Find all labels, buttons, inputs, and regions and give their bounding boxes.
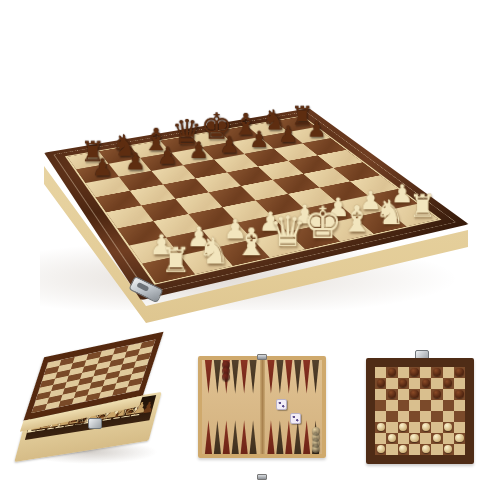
chess-piece-brown-p: ♟ bbox=[157, 144, 178, 167]
checkers-square bbox=[386, 400, 397, 411]
chess-piece-white-k: ♚ bbox=[302, 201, 341, 245]
chess-piece-brown-p: ♟ bbox=[124, 150, 145, 173]
checkers-square bbox=[454, 444, 465, 455]
checkers-square bbox=[454, 378, 465, 389]
chess-grid: ♜♞♝♛♚♝♞♜♟♟♟♟♟♟♟♟♟♟♟♟♟♟♟♟♜♞♝♛♚♝♞♜ bbox=[67, 117, 438, 284]
checkers-square bbox=[398, 444, 409, 455]
checkers-square bbox=[409, 433, 420, 444]
checkers-square bbox=[398, 411, 409, 422]
checkers-square bbox=[375, 367, 386, 378]
die bbox=[276, 399, 287, 410]
point-triangle bbox=[213, 360, 222, 394]
backgammon-point bbox=[302, 360, 311, 394]
checkers-thumb bbox=[366, 350, 476, 464]
checker-piece-brown bbox=[422, 379, 430, 387]
checker-piece-brown bbox=[455, 390, 463, 398]
chess-piece-brown-p: ♟ bbox=[91, 156, 112, 180]
checker-piece-cream bbox=[410, 434, 418, 442]
chess-piece-white-r: ♜ bbox=[160, 243, 191, 277]
checkers-square bbox=[431, 378, 442, 389]
point-triangle bbox=[204, 360, 213, 394]
checker-piece-brown bbox=[433, 368, 441, 376]
backgammon-point bbox=[222, 420, 231, 454]
checkers-square bbox=[454, 400, 465, 411]
checker-piece-brown bbox=[399, 379, 407, 387]
backgammon-point bbox=[231, 360, 240, 394]
checkers-square bbox=[420, 389, 431, 400]
checkers-square bbox=[386, 444, 397, 455]
checkers-square bbox=[420, 411, 431, 422]
backgammon-checker bbox=[222, 373, 230, 381]
product-photo-stage: ♜♞♝♛♚♝♞♜♟♟♟♟♟♟♟♟♟♟♟♟♟♟♟♟♜♞♝♛♚♝♞♜ ♟♙♞♟♙♘♟… bbox=[0, 0, 500, 500]
chess-piece-brown-p: ♟ bbox=[249, 129, 269, 151]
backgammon-point bbox=[240, 420, 249, 454]
checkers-square bbox=[409, 400, 420, 411]
checker-piece-cream bbox=[444, 445, 452, 453]
checker-piece-cream bbox=[388, 434, 396, 442]
checker-piece-cream bbox=[399, 423, 407, 431]
backgammon-half bbox=[265, 360, 323, 454]
backgammon-point bbox=[293, 420, 302, 454]
chess-piece-white-q: ♛ bbox=[268, 211, 306, 253]
backgammon-point bbox=[311, 360, 320, 394]
backgammon-point bbox=[302, 420, 311, 454]
point-triangle bbox=[302, 420, 311, 454]
checkers-square bbox=[420, 433, 431, 444]
checkers-square bbox=[443, 411, 454, 422]
point-triangle bbox=[275, 420, 284, 454]
checkers-square bbox=[431, 444, 442, 455]
checkers-square bbox=[443, 378, 454, 389]
backgammon-point bbox=[267, 420, 276, 454]
checkers-square bbox=[443, 389, 454, 400]
checkers-square bbox=[375, 400, 386, 411]
point-triangle bbox=[293, 360, 302, 394]
hinge-icon bbox=[257, 354, 267, 360]
checker-piece-brown bbox=[444, 379, 452, 387]
die bbox=[290, 413, 301, 424]
chess-piece-brown-p: ♟ bbox=[219, 134, 239, 157]
checkers-square bbox=[443, 444, 454, 455]
checkers-square bbox=[420, 367, 431, 378]
checker-piece-cream bbox=[377, 423, 385, 431]
checkers-square bbox=[431, 367, 442, 378]
checker-piece-brown bbox=[455, 368, 463, 376]
point-triangle bbox=[231, 360, 240, 394]
checkers-square bbox=[409, 389, 420, 400]
checkers-square bbox=[398, 422, 409, 433]
point-triangle bbox=[231, 420, 240, 454]
point-triangle bbox=[222, 420, 231, 454]
chess-piece-white-n: ♞ bbox=[374, 196, 404, 230]
checkers-square bbox=[398, 433, 409, 444]
backgammon-point bbox=[267, 360, 276, 394]
checkers-square bbox=[386, 378, 397, 389]
metal-clasp-icon bbox=[88, 418, 102, 429]
backgammon-checker-stack bbox=[222, 361, 230, 387]
checker-piece-brown bbox=[433, 390, 441, 398]
backgammon-point bbox=[231, 420, 240, 454]
checkers-square bbox=[454, 367, 465, 378]
backgammon-point bbox=[275, 420, 284, 454]
checkers-square bbox=[386, 367, 397, 378]
checkers-square bbox=[431, 433, 442, 444]
checkers-square bbox=[454, 389, 465, 400]
checkers-square bbox=[420, 422, 431, 433]
checker-piece-brown bbox=[410, 368, 418, 376]
checker-piece-brown bbox=[388, 368, 396, 376]
checkers-square bbox=[454, 422, 465, 433]
backgammon-point bbox=[249, 360, 258, 394]
checkers-square bbox=[398, 389, 409, 400]
checkers-square bbox=[443, 422, 454, 433]
hinge-icon bbox=[257, 474, 267, 480]
checkers-square bbox=[409, 422, 420, 433]
backgammon-point bbox=[240, 360, 249, 394]
backgammon-point bbox=[284, 360, 293, 394]
point-triangle bbox=[284, 360, 293, 394]
chess-piece-brown-p: ♟ bbox=[306, 119, 325, 141]
folded-box-thumb: ♟♙♞♟♙♘♟♙♟♞♙♟ bbox=[14, 344, 168, 474]
backgammon-point bbox=[293, 360, 302, 394]
checkers-board bbox=[366, 358, 474, 464]
point-triangle bbox=[213, 420, 222, 454]
checkers-square bbox=[386, 422, 397, 433]
point-triangle bbox=[249, 420, 258, 454]
checker-piece-brown bbox=[377, 379, 385, 387]
checkers-square bbox=[454, 411, 465, 422]
backgammon-point bbox=[204, 420, 213, 454]
backgammon-thumb bbox=[198, 356, 326, 458]
checkers-square bbox=[375, 389, 386, 400]
chess-piece-white-b: ♝ bbox=[234, 223, 268, 261]
checkers-square bbox=[375, 378, 386, 389]
point-triangle bbox=[293, 420, 302, 454]
checker-piece-cream bbox=[455, 434, 463, 442]
point-triangle bbox=[204, 420, 213, 454]
point-triangle bbox=[284, 420, 293, 454]
checkers-square bbox=[398, 378, 409, 389]
checkers-square bbox=[375, 444, 386, 455]
checkers-square bbox=[398, 400, 409, 411]
checkers-square bbox=[375, 422, 386, 433]
checkers-square bbox=[431, 411, 442, 422]
checkers-square bbox=[443, 400, 454, 411]
checker-piece-cream bbox=[433, 434, 441, 442]
backgammon-point bbox=[213, 360, 222, 394]
point-triangle bbox=[302, 360, 311, 394]
chess-square: ♜ bbox=[142, 255, 195, 283]
backgammon-point bbox=[222, 360, 231, 394]
backgammon-checker bbox=[312, 427, 320, 435]
point-triangle bbox=[267, 420, 276, 454]
backgammon-point bbox=[284, 420, 293, 454]
checkers-square bbox=[420, 444, 431, 455]
chess-piece-white-b: ♝ bbox=[340, 201, 373, 237]
checkers-square bbox=[431, 389, 442, 400]
chess-piece-white-n: ♞ bbox=[197, 233, 230, 269]
checkers-square bbox=[375, 411, 386, 422]
pinstripe-border: ♜♞♝♛♚♝♞♜♟♟♟♟♟♟♟♟♟♟♟♟♟♟♟♟♜♞♝♛♚♝♞♜ bbox=[65, 116, 442, 285]
backgammon-point bbox=[249, 420, 258, 454]
checkers-grid bbox=[375, 367, 465, 455]
point-triangle bbox=[249, 360, 258, 394]
checker-piece-cream bbox=[399, 445, 407, 453]
chess-piece-white-r: ♜ bbox=[408, 191, 436, 222]
checkers-square bbox=[431, 400, 442, 411]
checkers-square bbox=[409, 367, 420, 378]
backgammon-checker-stack bbox=[312, 421, 320, 453]
backgammon-point bbox=[275, 360, 284, 394]
point-triangle bbox=[240, 360, 249, 394]
checker-piece-cream bbox=[444, 423, 452, 431]
checkers-square bbox=[409, 444, 420, 455]
backgammon-point bbox=[204, 360, 213, 394]
backgammon-point bbox=[213, 420, 222, 454]
checkers-square bbox=[375, 433, 386, 444]
checkers-square bbox=[443, 367, 454, 378]
checkers-square bbox=[386, 389, 397, 400]
checkers-square bbox=[409, 411, 420, 422]
point-triangle bbox=[267, 360, 276, 394]
backgammon-half bbox=[202, 360, 260, 454]
checker-piece-cream bbox=[422, 423, 430, 431]
checkers-square bbox=[386, 411, 397, 422]
point-triangle bbox=[275, 360, 284, 394]
checkers-square bbox=[443, 433, 454, 444]
checkers-square bbox=[409, 378, 420, 389]
backgammon-board bbox=[198, 356, 326, 458]
backgammon-point bbox=[311, 420, 320, 454]
checker-piece-brown bbox=[388, 390, 396, 398]
point-triangle bbox=[311, 360, 320, 394]
checkers-square bbox=[454, 433, 465, 444]
checkers-square bbox=[386, 433, 397, 444]
chess-piece-brown-p: ♟ bbox=[188, 139, 208, 162]
point-triangle bbox=[240, 420, 249, 454]
chess-piece-brown-p: ♟ bbox=[278, 123, 298, 145]
checkers-square bbox=[431, 422, 442, 433]
checkers-square bbox=[420, 400, 431, 411]
checkers-square bbox=[420, 378, 431, 389]
checker-piece-brown bbox=[410, 390, 418, 398]
checker-piece-cream bbox=[377, 445, 385, 453]
checkers-square bbox=[398, 367, 409, 378]
checker-piece-cream bbox=[422, 445, 430, 453]
main-chess-scene: ♜♞♝♛♚♝♞♜♟♟♟♟♟♟♟♟♟♟♟♟♟♟♟♟♜♞♝♛♚♝♞♜ bbox=[81, 26, 401, 346]
